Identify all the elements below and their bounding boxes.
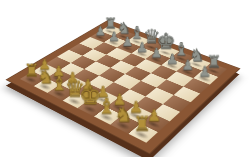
board-perspective-wrap: ♜♞♝♛♚♝♞♜♟♟♟♟♟♟♟♟♟♟♟♟♟♟♟♟♜♞♝♛♚♝♞♜ — [5, 20, 240, 155]
piece-silver-pawn-g7: ♟ — [182, 58, 194, 72]
chess-board: ♜♞♝♛♚♝♞♜♟♟♟♟♟♟♟♟♟♟♟♟♟♟♟♟♜♞♝♛♚♝♞♜ — [5, 20, 240, 155]
piece-silver-pawn-e7: ♟ — [151, 46, 163, 59]
piece-brass-rook-h1: ♜ — [133, 114, 151, 134]
piece-silver-pawn-h7: ♟ — [198, 64, 211, 78]
product-photo: ♜♞♝♛♚♝♞♜♟♟♟♟♟♟♟♟♟♟♟♟♟♟♟♟♜♞♝♛♚♝♞♜ — [0, 0, 250, 157]
photo-scene: ♜♞♝♛♚♝♞♜♟♟♟♟♟♟♟♟♟♟♟♟♟♟♟♟♜♞♝♛♚♝♞♜ — [0, 0, 250, 157]
piece-silver-pawn-f7: ♟ — [166, 52, 178, 66]
piece-silver-pawn-d7: ♟ — [136, 40, 148, 53]
piece-silver-pawn-a7: ♟ — [95, 25, 106, 37]
piece-silver-pawn-b7: ♟ — [108, 30, 119, 43]
square-h1: ♜ — [128, 123, 158, 143]
piece-brass-knight-g1: ♞ — [115, 104, 134, 125]
piece-silver-pawn-c7: ♟ — [122, 35, 134, 48]
